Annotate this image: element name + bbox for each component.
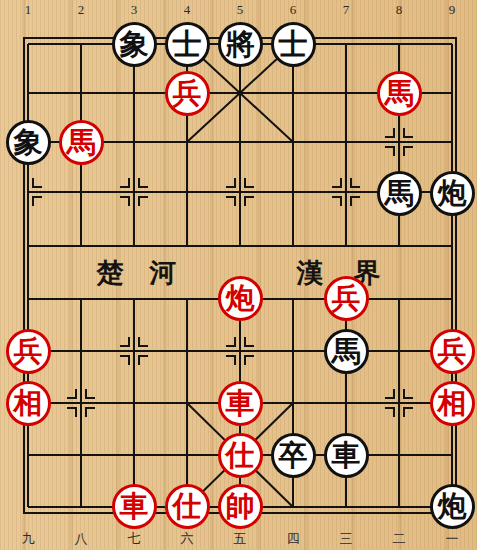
file-label-top-9: 9: [426, 1, 477, 17]
cell-5-0: 將: [214, 20, 267, 69]
piece-red-soldier[interactable]: 兵: [324, 276, 369, 321]
cell-6-0: 士: [267, 20, 320, 69]
piece-red-soldier[interactable]: 兵: [6, 329, 51, 374]
cell-9-3: 炮: [426, 167, 477, 219]
piece-red-chariot[interactable]: 車: [218, 381, 263, 426]
cell-9-6: 兵: [426, 325, 477, 377]
piece-black-general[interactable]: 將: [218, 22, 263, 67]
cell-4-9: 仕: [161, 481, 214, 532]
cell-5-5: 炮: [214, 273, 267, 326]
file-label-bottom-4: 六: [161, 529, 214, 548]
cell-9-7: 相: [426, 377, 477, 429]
cell-5-7: 車: [214, 377, 267, 429]
file-label-top-3: 3: [108, 1, 161, 17]
file-label-bottom-2: 八: [55, 529, 108, 548]
piece-red-advisor[interactable]: 仕: [165, 484, 210, 529]
piece-black-chariot[interactable]: 車: [324, 433, 369, 478]
piece-red-elephant[interactable]: 相: [6, 381, 51, 426]
piece-black-advisor[interactable]: 士: [271, 22, 316, 67]
cell-5-8: 仕: [214, 429, 267, 481]
file-label-bottom-6: 四: [267, 529, 320, 548]
piece-black-horse[interactable]: 馬: [377, 171, 422, 216]
cell-4-1: 兵: [161, 69, 214, 118]
piece-black-elephant[interactable]: 象: [112, 22, 157, 67]
file-label-top-6: 6: [267, 1, 320, 17]
piece-red-cannon[interactable]: 炮: [218, 276, 263, 321]
piece-red-soldier[interactable]: 兵: [430, 329, 475, 374]
piece-black-elephant[interactable]: 象: [6, 120, 51, 165]
file-label-top-8: 8: [373, 1, 426, 17]
cell-1-2: 象: [2, 118, 55, 168]
xiangqi-board: 123456789 楚河漢界 象士將士兵馬象馬馬炮炮兵兵馬兵相車相仕卒車車仕帥炮…: [0, 0, 477, 550]
cell-9-9: 炮: [426, 481, 477, 532]
file-label-bottom-7: 三: [320, 529, 373, 548]
cell-1-7: 相: [2, 377, 55, 429]
cell-7-5: 兵: [320, 273, 373, 326]
top-file-labels: 123456789: [2, 1, 477, 17]
piece-grid[interactable]: 象士將士兵馬象馬馬炮炮兵兵馬兵相車相仕卒車車仕帥炮: [2, 20, 477, 532]
file-label-top-2: 2: [55, 1, 108, 17]
cell-3-9: 車: [108, 481, 161, 532]
cell-4-0: 士: [161, 20, 214, 69]
file-label-bottom-3: 七: [108, 529, 161, 548]
file-label-top-1: 1: [2, 1, 55, 17]
cell-7-8: 車: [320, 429, 373, 481]
cell-3-0: 象: [108, 20, 161, 69]
bottom-file-labels: 九八七六五四三二一: [2, 529, 477, 548]
piece-red-chariot[interactable]: 車: [112, 484, 157, 529]
cell-2-2: 馬: [55, 118, 108, 168]
piece-black-advisor[interactable]: 士: [165, 22, 210, 67]
file-label-bottom-8: 二: [373, 529, 426, 548]
file-label-top-4: 4: [161, 1, 214, 17]
cell-8-3: 馬: [373, 167, 426, 219]
file-label-bottom-9: 一: [426, 529, 477, 548]
piece-black-horse[interactable]: 馬: [324, 329, 369, 374]
piece-black-soldier[interactable]: 卒: [271, 433, 316, 478]
piece-red-general[interactable]: 帥: [218, 484, 263, 529]
cell-5-9: 帥: [214, 481, 267, 532]
piece-red-soldier[interactable]: 兵: [165, 71, 210, 116]
piece-red-horse[interactable]: 馬: [377, 71, 422, 116]
piece-red-horse[interactable]: 馬: [59, 120, 104, 165]
cell-1-6: 兵: [2, 325, 55, 377]
piece-red-elephant[interactable]: 相: [430, 381, 475, 426]
cell-7-6: 馬: [320, 325, 373, 377]
piece-red-advisor[interactable]: 仕: [218, 433, 263, 478]
piece-black-cannon[interactable]: 炮: [430, 484, 475, 529]
file-label-bottom-5: 五: [214, 529, 267, 548]
cell-6-8: 卒: [267, 429, 320, 481]
piece-black-cannon[interactable]: 炮: [430, 171, 475, 216]
file-label-top-5: 5: [214, 1, 267, 17]
cell-8-1: 馬: [373, 69, 426, 118]
file-label-top-7: 7: [320, 1, 373, 17]
file-label-bottom-1: 九: [2, 529, 55, 548]
